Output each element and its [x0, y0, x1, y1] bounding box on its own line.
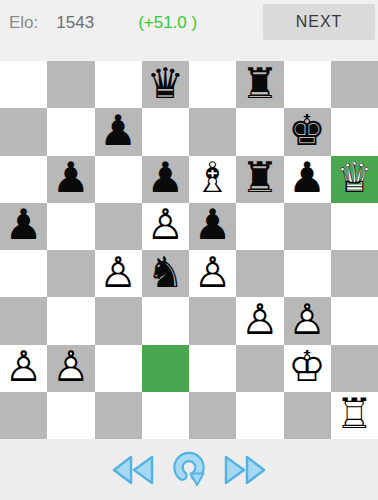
- controls-bar: [0, 439, 378, 500]
- square-b4[interactable]: [47, 250, 94, 297]
- square-f7[interactable]: [236, 108, 283, 155]
- square-e7[interactable]: [189, 108, 236, 155]
- piece-black-pawn: ♟: [147, 157, 185, 199]
- square-e6[interactable]: ♝♗: [189, 156, 236, 203]
- piece-black-queen: ♛: [147, 63, 185, 105]
- square-e3[interactable]: [189, 297, 236, 344]
- square-b2[interactable]: ♟♙: [47, 345, 94, 392]
- square-h7[interactable]: [331, 108, 378, 155]
- piece-white-queen: ♕: [336, 157, 374, 199]
- rewind-icon: [110, 453, 156, 487]
- square-h1[interactable]: ♜♖: [331, 392, 378, 439]
- square-c5[interactable]: [95, 203, 142, 250]
- piece-black-pawn: ♟: [52, 157, 90, 199]
- chess-board: ♛♜♟♚♟♟♝♗♜♟♛♕♟♟♙♟♟♙♞♟♙♟♙♟♙♟♙♟♙♚♔♜♖: [0, 61, 378, 439]
- square-h4[interactable]: [331, 250, 378, 297]
- piece-white-king-fill: ♚: [288, 346, 326, 388]
- square-f3[interactable]: ♟♙: [236, 297, 283, 344]
- square-c8[interactable]: [95, 61, 142, 108]
- square-g4[interactable]: [284, 250, 331, 297]
- square-h8[interactable]: [331, 61, 378, 108]
- header-bar: Elo: 1543 (+51.0 ) NEXT: [0, 0, 378, 61]
- piece-white-king: ♔: [288, 346, 326, 388]
- score-delta: (+51.0 ): [138, 13, 197, 33]
- piece-white-pawn: ♙: [288, 299, 326, 341]
- square-b3[interactable]: [47, 297, 94, 344]
- piece-white-pawn: ♙: [241, 299, 279, 341]
- piece-white-bishop-fill: ♝: [194, 157, 232, 199]
- square-g1[interactable]: [284, 392, 331, 439]
- square-f4[interactable]: [236, 250, 283, 297]
- square-f6[interactable]: ♜: [236, 156, 283, 203]
- square-a5[interactable]: ♟: [0, 203, 47, 250]
- square-d4[interactable]: ♞: [142, 250, 189, 297]
- square-f1[interactable]: [236, 392, 283, 439]
- square-e5[interactable]: ♟: [189, 203, 236, 250]
- piece-white-pawn: ♙: [99, 252, 137, 294]
- elo-value: 1543: [56, 13, 94, 33]
- square-d3[interactable]: [142, 297, 189, 344]
- square-a7[interactable]: [0, 108, 47, 155]
- square-d8[interactable]: ♛: [142, 61, 189, 108]
- square-c1[interactable]: [95, 392, 142, 439]
- piece-white-queen-fill: ♛: [336, 157, 374, 199]
- piece-white-pawn: ♙: [147, 205, 185, 247]
- square-b8[interactable]: [47, 61, 94, 108]
- square-h2[interactable]: [331, 345, 378, 392]
- square-f8[interactable]: ♜: [236, 61, 283, 108]
- replay-icon: [169, 450, 209, 490]
- chess-tactics-app: Elo: 1543 (+51.0 ) NEXT ♛♜♟♚♟♟♝♗♜♟♛♕♟♟♙♟…: [0, 0, 378, 500]
- piece-white-rook-fill: ♜: [336, 394, 374, 436]
- square-b1[interactable]: [47, 392, 94, 439]
- piece-white-pawn-fill: ♟: [194, 252, 232, 294]
- square-d1[interactable]: [142, 392, 189, 439]
- piece-white-bishop: ♗: [194, 157, 232, 199]
- square-h3[interactable]: [331, 297, 378, 344]
- square-a6[interactable]: [0, 156, 47, 203]
- piece-white-pawn-fill: ♟: [99, 252, 137, 294]
- square-a2[interactable]: ♟♙: [0, 345, 47, 392]
- square-b7[interactable]: [47, 108, 94, 155]
- piece-white-rook: ♖: [336, 394, 374, 436]
- square-b5[interactable]: [47, 203, 94, 250]
- square-c7[interactable]: ♟: [95, 108, 142, 155]
- square-a8[interactable]: [0, 61, 47, 108]
- square-c3[interactable]: [95, 297, 142, 344]
- elo-label: Elo:: [9, 13, 38, 33]
- fast-forward-button[interactable]: [222, 453, 268, 487]
- square-f2[interactable]: [236, 345, 283, 392]
- square-e4[interactable]: ♟♙: [189, 250, 236, 297]
- square-h6[interactable]: ♛♕: [331, 156, 378, 203]
- square-a1[interactable]: [0, 392, 47, 439]
- piece-black-pawn: ♟: [288, 157, 326, 199]
- square-a3[interactable]: [0, 297, 47, 344]
- piece-white-pawn-fill: ♟: [52, 346, 90, 388]
- square-c2[interactable]: [95, 345, 142, 392]
- square-g6[interactable]: ♟: [284, 156, 331, 203]
- piece-white-pawn-fill: ♟: [5, 346, 43, 388]
- piece-black-knight: ♞: [147, 252, 185, 294]
- square-b6[interactable]: ♟: [47, 156, 94, 203]
- square-d2[interactable]: [142, 345, 189, 392]
- piece-white-pawn: ♙: [5, 346, 43, 388]
- replay-button[interactable]: [169, 450, 209, 490]
- square-g5[interactable]: [284, 203, 331, 250]
- square-g7[interactable]: ♚: [284, 108, 331, 155]
- square-c4[interactable]: ♟♙: [95, 250, 142, 297]
- square-f5[interactable]: [236, 203, 283, 250]
- piece-white-pawn: ♙: [194, 252, 232, 294]
- square-c6[interactable]: [95, 156, 142, 203]
- piece-black-pawn: ♟: [194, 205, 232, 247]
- next-button[interactable]: NEXT: [263, 4, 375, 40]
- square-e1[interactable]: [189, 392, 236, 439]
- square-g8[interactable]: [284, 61, 331, 108]
- square-d5[interactable]: ♟♙: [142, 203, 189, 250]
- piece-white-pawn: ♙: [52, 346, 90, 388]
- piece-white-pawn-fill: ♟: [288, 299, 326, 341]
- square-d7[interactable]: [142, 108, 189, 155]
- rewind-button[interactable]: [110, 453, 156, 487]
- piece-black-rook: ♜: [241, 157, 279, 199]
- piece-white-pawn-fill: ♟: [241, 299, 279, 341]
- square-d6[interactable]: ♟: [142, 156, 189, 203]
- square-e8[interactable]: [189, 61, 236, 108]
- square-g2[interactable]: ♚♔: [284, 345, 331, 392]
- square-h5[interactable]: [331, 203, 378, 250]
- square-a4[interactable]: [0, 250, 47, 297]
- piece-black-pawn: ♟: [99, 110, 137, 152]
- fast-forward-icon: [222, 453, 268, 487]
- piece-black-pawn: ♟: [5, 205, 43, 247]
- piece-black-king: ♚: [288, 110, 326, 152]
- square-e2[interactable]: [189, 345, 236, 392]
- square-g3[interactable]: ♟♙: [284, 297, 331, 344]
- piece-black-rook: ♜: [241, 63, 279, 105]
- piece-white-pawn-fill: ♟: [147, 205, 185, 247]
